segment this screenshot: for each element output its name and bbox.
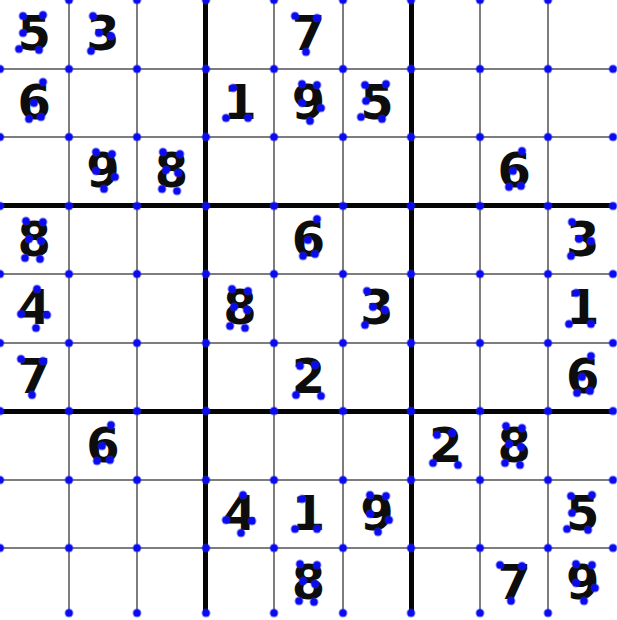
cell-r3c2[interactable]: 9 <box>69 137 138 206</box>
cell-digit: 1 <box>223 78 256 126</box>
cell-r5c7[interactable] <box>411 274 480 343</box>
cell-r3c8[interactable]: 6 <box>480 137 549 206</box>
cell-r8c1[interactable] <box>0 480 69 549</box>
cell-r3c3[interactable]: 8 <box>137 137 206 206</box>
cell-digit: 4 <box>223 489 256 537</box>
box-line-vertical <box>203 0 208 613</box>
cell-r1c8[interactable] <box>480 0 549 69</box>
cell-r3c4[interactable] <box>206 137 275 206</box>
cell-r7c5[interactable] <box>274 411 343 480</box>
box-line-horizontal <box>0 409 613 414</box>
cell-line-horizontal <box>0 342 613 344</box>
cell-r3c5[interactable] <box>274 137 343 206</box>
cell-digit: 8 <box>497 421 530 469</box>
cell-r8c6[interactable]: 9 <box>343 480 412 549</box>
cell-r4c7[interactable] <box>411 206 480 275</box>
cell-r2c5[interactable]: 9 <box>274 69 343 138</box>
cell-r2c2[interactable] <box>69 69 138 138</box>
cell-r8c8[interactable] <box>480 480 549 549</box>
cell-r1c9[interactable] <box>548 0 617 69</box>
box-line-horizontal <box>0 203 613 208</box>
cell-r5c3[interactable] <box>137 274 206 343</box>
cell-digit: 6 <box>292 215 325 263</box>
cell-digit: 3 <box>566 215 599 263</box>
cell-r4c8[interactable] <box>480 206 549 275</box>
cell-line-vertical <box>273 0 275 613</box>
cell-r7c8[interactable]: 8 <box>480 411 549 480</box>
cell-r8c9[interactable]: 5 <box>548 480 617 549</box>
cell-r4c2[interactable] <box>69 206 138 275</box>
cell-r4c9[interactable]: 3 <box>548 206 617 275</box>
cell-r9c3[interactable] <box>137 548 206 617</box>
cell-line-horizontal <box>0 547 613 549</box>
cell-digit: 1 <box>292 489 325 537</box>
cell-r4c5[interactable]: 6 <box>274 206 343 275</box>
cell-digit: 8 <box>155 146 188 194</box>
cell-digit: 9 <box>86 146 119 194</box>
cell-r5c9[interactable]: 1 <box>548 274 617 343</box>
cell-r4c1[interactable]: 8 <box>0 206 69 275</box>
cell-digit: 3 <box>360 283 393 331</box>
cell-digit: 9 <box>360 489 393 537</box>
cell-digit: 6 <box>86 421 119 469</box>
cell-r6c9[interactable]: 6 <box>548 343 617 412</box>
cell-r6c3[interactable] <box>137 343 206 412</box>
cell-r5c1[interactable]: 4 <box>0 274 69 343</box>
cell-r2c8[interactable] <box>480 69 549 138</box>
cell-r2c9[interactable] <box>548 69 617 138</box>
box-line-vertical <box>409 0 414 613</box>
cell-r6c7[interactable] <box>411 343 480 412</box>
cell-line-vertical <box>136 0 138 613</box>
cell-r7c7[interactable]: 2 <box>411 411 480 480</box>
cell-r1c5[interactable]: 7 <box>274 0 343 69</box>
cell-r6c6[interactable] <box>343 343 412 412</box>
cell-digit: 7 <box>18 352 51 400</box>
cell-r2c1[interactable]: 6 <box>0 69 69 138</box>
cell-digit: 5 <box>360 78 393 126</box>
cell-line-horizontal <box>0 479 613 481</box>
cell-r9c9[interactable]: 9 <box>548 548 617 617</box>
cell-digit: 1 <box>566 283 599 331</box>
cell-r5c6[interactable]: 3 <box>343 274 412 343</box>
cell-digit: 7 <box>292 9 325 57</box>
cell-r8c4[interactable]: 4 <box>206 480 275 549</box>
cell-digit: 2 <box>292 352 325 400</box>
cell-r1c4[interactable] <box>206 0 275 69</box>
cell-r6c4[interactable] <box>206 343 275 412</box>
cell-r8c5[interactable]: 1 <box>274 480 343 549</box>
cell-r4c6[interactable] <box>343 206 412 275</box>
cell-r1c2[interactable]: 3 <box>69 0 138 69</box>
cell-r9c1[interactable] <box>0 548 69 617</box>
cell-digit: 8 <box>223 283 256 331</box>
cell-r3c6[interactable] <box>343 137 412 206</box>
cell-r1c3[interactable] <box>137 0 206 69</box>
cell-r2c4[interactable]: 1 <box>206 69 275 138</box>
cell-r3c1[interactable] <box>0 137 69 206</box>
cell-r6c5[interactable]: 2 <box>274 343 343 412</box>
cell-r1c7[interactable] <box>411 0 480 69</box>
cell-digit: 8 <box>292 558 325 606</box>
cell-r3c9[interactable] <box>548 137 617 206</box>
cell-r6c1[interactable]: 7 <box>0 343 69 412</box>
cell-digit: 5 <box>566 489 599 537</box>
cell-r7c4[interactable] <box>206 411 275 480</box>
cell-r7c3[interactable] <box>137 411 206 480</box>
cell-r6c2[interactable] <box>69 343 138 412</box>
cell-line-horizontal <box>0 273 613 275</box>
cell-digit: 6 <box>566 352 599 400</box>
cell-r4c3[interactable] <box>137 206 206 275</box>
cell-r7c9[interactable] <box>548 411 617 480</box>
cell-line-horizontal <box>0 68 613 70</box>
cell-r1c6[interactable] <box>343 0 412 69</box>
cell-digit: 5 <box>18 9 51 57</box>
cell-digit: 3 <box>86 9 119 57</box>
cell-r4c4[interactable] <box>206 206 275 275</box>
cell-line-vertical <box>547 0 549 613</box>
cell-digit: 7 <box>497 558 530 606</box>
cell-digit: 6 <box>18 78 51 126</box>
cell-line-vertical <box>479 0 481 613</box>
cell-r8c3[interactable] <box>137 480 206 549</box>
cell-r2c6[interactable]: 5 <box>343 69 412 138</box>
cell-r5c2[interactable] <box>69 274 138 343</box>
cell-r9c7[interactable] <box>411 548 480 617</box>
cell-r9c4[interactable] <box>206 548 275 617</box>
cell-r8c2[interactable] <box>69 480 138 549</box>
cell-r9c5[interactable]: 8 <box>274 548 343 617</box>
cell-line-vertical <box>68 0 70 613</box>
cell-r9c8[interactable]: 7 <box>480 548 549 617</box>
cell-digit: 2 <box>429 421 462 469</box>
cell-line-horizontal <box>0 136 613 138</box>
cell-r3c7[interactable] <box>411 137 480 206</box>
cell-r9c6[interactable] <box>343 548 412 617</box>
cell-digit: 4 <box>18 283 51 331</box>
cell-r7c2[interactable]: 6 <box>69 411 138 480</box>
cell-r9c2[interactable] <box>69 548 138 617</box>
cell-r2c7[interactable] <box>411 69 480 138</box>
cell-r6c8[interactable] <box>480 343 549 412</box>
cell-r7c1[interactable] <box>0 411 69 480</box>
cell-r8c7[interactable] <box>411 480 480 549</box>
cell-r7c6[interactable] <box>343 411 412 480</box>
cell-digit: 8 <box>18 215 51 263</box>
cell-digit: 9 <box>566 558 599 606</box>
cell-digit: 6 <box>497 146 530 194</box>
cell-r5c5[interactable] <box>274 274 343 343</box>
cell-r2c3[interactable] <box>137 69 206 138</box>
cell-r1c1[interactable]: 5 <box>0 0 69 69</box>
cell-r5c8[interactable] <box>480 274 549 343</box>
sudoku-board: 537619598686348317266284195879 <box>0 0 617 617</box>
cell-r5c4[interactable]: 8 <box>206 274 275 343</box>
sudoku-screenshot: 537619598686348317266284195879 <box>0 0 617 620</box>
cell-digit: 9 <box>292 78 325 126</box>
cell-line-vertical <box>342 0 344 613</box>
